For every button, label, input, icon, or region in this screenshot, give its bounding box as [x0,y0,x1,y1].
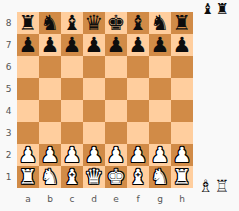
square-h2[interactable]: ♟ [171,144,193,166]
square-b2[interactable]: ♟ [39,144,61,166]
square-b3[interactable] [39,122,61,144]
white-king: ♚ [107,166,126,188]
square-a5[interactable] [17,78,39,100]
square-g2[interactable]: ♟ [149,144,171,166]
white-pawn: ♟ [173,144,192,166]
white-bishop: ♝ [63,166,82,188]
square-f2[interactable]: ♟ [127,144,149,166]
square-e3[interactable] [105,122,127,144]
file-label: c [61,188,83,210]
square-b7[interactable]: ♟ [39,34,61,56]
black-bishop: ♝ [129,12,148,34]
square-d5[interactable] [83,78,105,100]
square-c1[interactable]: ♝ [61,166,83,188]
rank-label: 2 [0,144,17,166]
black-knight: ♞ [151,12,170,34]
rank-label: 7 [0,34,17,56]
rank-label: 6 [0,56,17,78]
square-c2[interactable]: ♟ [61,144,83,166]
square-d4[interactable] [83,100,105,122]
square-f1[interactable]: ♝ [127,166,149,188]
file-labels: a b c d e f g h [17,188,193,210]
square-g1[interactable]: ♞ [149,166,171,188]
square-d6[interactable] [83,56,105,78]
square-c7[interactable]: ♟ [61,34,83,56]
white-knight: ♞ [151,166,170,188]
square-g5[interactable] [149,78,171,100]
rank-label: 1 [0,166,17,188]
square-e7[interactable]: ♟ [105,34,127,56]
file-label: d [83,188,105,210]
black-queen: ♛ [85,12,104,34]
file-label: f [127,188,149,210]
square-a4[interactable] [17,100,39,122]
black-bishop: ♝ [63,12,82,34]
black-pawn: ♟ [19,34,38,56]
black-knight: ♞ [41,12,60,34]
white-bishop: ♝ [129,166,148,188]
square-b8[interactable]: ♞ [39,12,61,34]
square-c3[interactable] [61,122,83,144]
square-e6[interactable] [105,56,127,78]
file-label: h [171,188,193,210]
white-queen: ♛ [85,166,104,188]
rank-label: 8 [0,12,17,34]
rank-label: 5 [0,78,17,100]
square-d7[interactable]: ♟ [83,34,105,56]
rank-label: 4 [0,100,17,122]
square-h6[interactable] [171,56,193,78]
square-e8[interactable]: ♚ [105,12,127,34]
square-c6[interactable] [61,56,83,78]
white-rook-icon: ♖ [214,176,229,196]
white-rook: ♜ [173,166,192,188]
white-pawn: ♟ [19,144,38,166]
black-pawn: ♟ [63,34,82,56]
square-h5[interactable] [171,78,193,100]
black-castling-rights-indicator: ♝ ♜ [201,0,229,19]
square-c8[interactable]: ♝ [61,12,83,34]
square-d3[interactable] [83,122,105,144]
black-rook: ♜ [19,12,38,34]
square-a8[interactable]: ♜ [17,12,39,34]
rank-labels: 8 7 6 5 4 3 2 1 [0,12,17,188]
white-pawn: ♟ [151,144,170,166]
square-e5[interactable] [105,78,127,100]
square-b4[interactable] [39,100,61,122]
square-a3[interactable] [17,122,39,144]
square-h7[interactable]: ♟ [171,34,193,56]
square-f6[interactable] [127,56,149,78]
square-h1[interactable]: ♜ [171,166,193,188]
chess-app: 8 7 6 5 4 3 2 1 ♜♞♝♛♚♝♞♜♟♟♟♟♟♟♟♟♟♟♟♟♟♟♟♟… [0,0,239,211]
square-g8[interactable]: ♞ [149,12,171,34]
file-label: b [39,188,61,210]
white-pawn: ♟ [129,144,148,166]
black-pawn: ♟ [129,34,148,56]
square-e2[interactable]: ♟ [105,144,127,166]
black-pawn: ♟ [107,34,126,56]
square-h4[interactable] [171,100,193,122]
file-label: g [149,188,171,210]
chess-board: ♜♞♝♛♚♝♞♜♟♟♟♟♟♟♟♟♟♟♟♟♟♟♟♟♜♞♝♛♚♝♞♜ [17,12,193,188]
black-pawn: ♟ [173,34,192,56]
square-a1[interactable]: ♜ [17,166,39,188]
white-knight: ♞ [41,166,60,188]
square-e4[interactable] [105,100,127,122]
square-f4[interactable] [127,100,149,122]
square-a6[interactable] [17,56,39,78]
square-d1[interactable]: ♛ [83,166,105,188]
square-b5[interactable] [39,78,61,100]
square-c4[interactable] [61,100,83,122]
file-label: e [105,188,127,210]
square-f3[interactable] [127,122,149,144]
white-pawn: ♟ [63,144,82,166]
square-c5[interactable] [61,78,83,100]
square-e1[interactable]: ♚ [105,166,127,188]
square-a2[interactable]: ♟ [17,144,39,166]
square-h8[interactable]: ♜ [171,12,193,34]
square-g4[interactable] [149,100,171,122]
file-label: a [17,188,39,210]
white-pawn: ♟ [41,144,60,166]
black-king: ♚ [107,12,126,34]
square-b1[interactable]: ♞ [39,166,61,188]
square-f7[interactable]: ♟ [127,34,149,56]
square-h3[interactable] [171,122,193,144]
square-d8[interactable]: ♛ [83,12,105,34]
square-f8[interactable]: ♝ [127,12,149,34]
black-bishop-icon: ♝ [201,0,214,19]
square-g7[interactable]: ♟ [149,34,171,56]
square-a7[interactable]: ♟ [17,34,39,56]
square-g6[interactable] [149,56,171,78]
white-pawn: ♟ [85,144,104,166]
square-d2[interactable]: ♟ [83,144,105,166]
white-pawn: ♟ [107,144,126,166]
black-rook-icon: ♜ [215,0,228,19]
white-castling-rights-indicator: ♗ ♖ [198,176,230,196]
rank-label: 3 [0,122,17,144]
black-pawn: ♟ [41,34,60,56]
white-rook: ♜ [19,166,38,188]
square-b6[interactable] [39,56,61,78]
white-bishop-icon: ♗ [198,176,213,196]
square-f5[interactable] [127,78,149,100]
black-rook: ♜ [173,12,192,34]
square-g3[interactable] [149,122,171,144]
black-pawn: ♟ [151,34,170,56]
black-pawn: ♟ [85,34,104,56]
